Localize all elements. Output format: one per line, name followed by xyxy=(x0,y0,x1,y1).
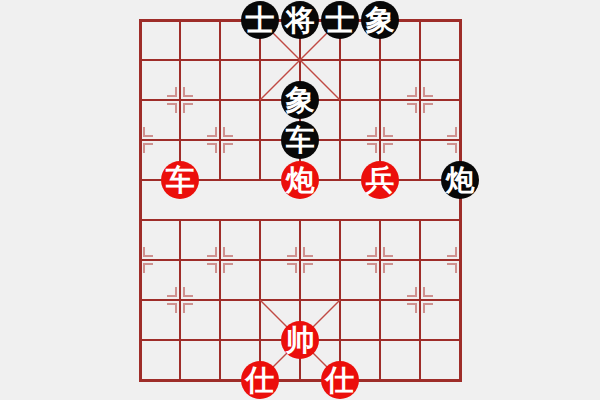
board-point-1-2[interactable] xyxy=(160,80,200,120)
red-advisor[interactable]: 仕 xyxy=(321,361,359,399)
board-point-6-5[interactable] xyxy=(360,200,400,240)
board-point-6-3[interactable] xyxy=(360,120,400,160)
board-point-0-7[interactable] xyxy=(120,280,160,320)
board-point-3-8[interactable] xyxy=(240,320,280,360)
board-point-1-6[interactable] xyxy=(160,240,200,280)
black-advisor[interactable]: 士 xyxy=(241,1,279,39)
board-point-2-2[interactable] xyxy=(200,80,240,120)
board-point-7-9[interactable] xyxy=(400,360,440,400)
board-point-0-9[interactable] xyxy=(120,360,160,400)
board-point-0-5[interactable] xyxy=(120,200,160,240)
board-point-5-8[interactable] xyxy=(320,320,360,360)
black-elephant[interactable]: 象 xyxy=(361,1,399,39)
board-point-7-2[interactable] xyxy=(400,80,440,120)
board-point-7-5[interactable] xyxy=(400,200,440,240)
board-point-6-8[interactable] xyxy=(360,320,400,360)
board-point-0-8[interactable] xyxy=(120,320,160,360)
board-point-8-0[interactable] xyxy=(440,0,480,40)
black-elephant[interactable]: 象 xyxy=(281,81,319,119)
board-point-4-5[interactable] xyxy=(280,200,320,240)
board-point-1-3[interactable] xyxy=(160,120,200,160)
board-point-7-6[interactable] xyxy=(400,240,440,280)
board-point-5-1[interactable] xyxy=(320,40,360,80)
board-point-5-7[interactable] xyxy=(320,280,360,320)
board-point-0-4[interactable] xyxy=(120,160,160,200)
xiangqi-board: 士将士象象车车炮兵炮帅仕仕 xyxy=(0,0,600,400)
board-point-7-4[interactable] xyxy=(400,160,440,200)
board-point-0-1[interactable] xyxy=(120,40,160,80)
board-point-8-3[interactable] xyxy=(440,120,480,160)
board-point-1-1[interactable] xyxy=(160,40,200,80)
red-chariot[interactable]: 车 xyxy=(161,161,199,199)
board-point-2-0[interactable] xyxy=(200,0,240,40)
board-point-8-7[interactable] xyxy=(440,280,480,320)
black-cannon[interactable]: 炮 xyxy=(441,161,479,199)
red-cannon[interactable]: 炮 xyxy=(281,161,319,199)
board-point-3-2[interactable] xyxy=(240,80,280,120)
board-point-6-6[interactable] xyxy=(360,240,400,280)
board-point-2-9[interactable] xyxy=(200,360,240,400)
board-point-7-3[interactable] xyxy=(400,120,440,160)
board-point-1-0[interactable] xyxy=(160,0,200,40)
red-soldier[interactable]: 兵 xyxy=(361,161,399,199)
board-point-6-2[interactable] xyxy=(360,80,400,120)
board-point-1-9[interactable] xyxy=(160,360,200,400)
black-general[interactable]: 将 xyxy=(281,1,319,39)
board-point-3-5[interactable] xyxy=(240,200,280,240)
board-point-0-6[interactable] xyxy=(120,240,160,280)
board-point-4-1[interactable] xyxy=(280,40,320,80)
board-point-6-1[interactable] xyxy=(360,40,400,80)
board-point-4-9[interactable] xyxy=(280,360,320,400)
board-point-1-8[interactable] xyxy=(160,320,200,360)
board-point-2-5[interactable] xyxy=(200,200,240,240)
board-point-3-4[interactable] xyxy=(240,160,280,200)
board-point-8-5[interactable] xyxy=(440,200,480,240)
board-point-2-6[interactable] xyxy=(200,240,240,280)
board-point-8-9[interactable] xyxy=(440,360,480,400)
black-advisor[interactable]: 士 xyxy=(321,1,359,39)
board-point-8-6[interactable] xyxy=(440,240,480,280)
board-point-2-8[interactable] xyxy=(200,320,240,360)
board-point-5-6[interactable] xyxy=(320,240,360,280)
board-point-8-1[interactable] xyxy=(440,40,480,80)
board-point-5-4[interactable] xyxy=(320,160,360,200)
board-point-5-5[interactable] xyxy=(320,200,360,240)
board-point-0-0[interactable] xyxy=(120,0,160,40)
board-point-6-9[interactable] xyxy=(360,360,400,400)
red-advisor[interactable]: 仕 xyxy=(241,361,279,399)
board-point-7-1[interactable] xyxy=(400,40,440,80)
board-grid: 士将士象象车车炮兵炮帅仕仕 xyxy=(120,0,480,400)
board-point-2-4[interactable] xyxy=(200,160,240,200)
board-point-5-3[interactable] xyxy=(320,120,360,160)
board-point-3-3[interactable] xyxy=(240,120,280,160)
board-point-7-8[interactable] xyxy=(400,320,440,360)
board-point-0-3[interactable] xyxy=(120,120,160,160)
board-point-2-1[interactable] xyxy=(200,40,240,80)
board-point-0-2[interactable] xyxy=(120,80,160,120)
board-point-3-6[interactable] xyxy=(240,240,280,280)
board-point-8-8[interactable] xyxy=(440,320,480,360)
board-point-4-6[interactable] xyxy=(280,240,320,280)
board-point-2-3[interactable] xyxy=(200,120,240,160)
black-chariot[interactable]: 车 xyxy=(281,121,319,159)
board-point-1-5[interactable] xyxy=(160,200,200,240)
board-point-1-7[interactable] xyxy=(160,280,200,320)
board-point-3-7[interactable] xyxy=(240,280,280,320)
board-point-7-0[interactable] xyxy=(400,0,440,40)
board-point-4-7[interactable] xyxy=(280,280,320,320)
red-general[interactable]: 帅 xyxy=(281,321,319,359)
board-point-6-7[interactable] xyxy=(360,280,400,320)
board-point-8-2[interactable] xyxy=(440,80,480,120)
board-point-7-7[interactable] xyxy=(400,280,440,320)
board-point-5-2[interactable] xyxy=(320,80,360,120)
board-point-2-7[interactable] xyxy=(200,280,240,320)
board-point-3-1[interactable] xyxy=(240,40,280,80)
